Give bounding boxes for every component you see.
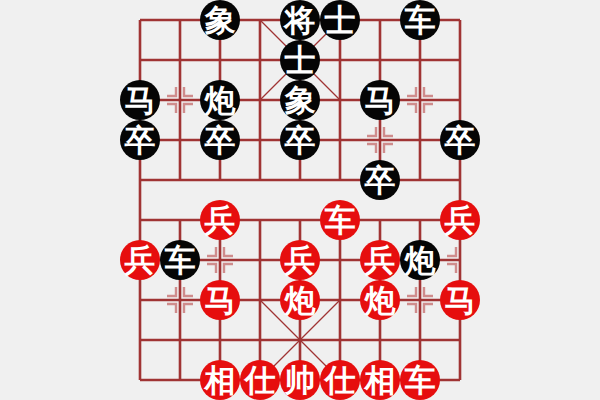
red-elephant-piece[interactable]: 相 (360, 360, 400, 400)
black-soldier-piece[interactable]: 卒 (280, 120, 320, 160)
red-soldier-piece[interactable]: 兵 (120, 240, 160, 280)
red-soldier-piece[interactable]: 兵 (360, 240, 400, 280)
black-general-piece[interactable]: 将 (280, 0, 320, 40)
black-soldier-piece[interactable]: 卒 (120, 120, 160, 160)
red-chariot-piece[interactable]: 车 (320, 200, 360, 240)
black-cannon-piece[interactable]: 炮 (200, 80, 240, 120)
black-chariot-piece[interactable]: 车 (160, 240, 200, 280)
black-advisor-piece[interactable]: 士 (280, 40, 320, 80)
black-elephant-piece[interactable]: 象 (280, 80, 320, 120)
black-soldier-piece[interactable]: 卒 (440, 120, 480, 160)
red-advisor-piece[interactable]: 仕 (320, 360, 360, 400)
red-chariot-piece[interactable]: 车 (400, 360, 440, 400)
xiangqi-screenshot: 象将士车士马炮象马卒卒卒卒卒兵车兵兵车兵兵炮马炮炮马相仕帅仕相车 (0, 0, 600, 400)
red-horse-piece[interactable]: 马 (200, 280, 240, 320)
red-soldier-piece[interactable]: 兵 (440, 200, 480, 240)
black-horse-piece[interactable]: 马 (120, 80, 160, 120)
black-cannon-piece[interactable]: 炮 (400, 240, 440, 280)
black-soldier-piece[interactable]: 卒 (360, 160, 400, 200)
red-general-piece[interactable]: 帅 (280, 360, 320, 400)
red-cannon-piece[interactable]: 炮 (280, 280, 320, 320)
pieces-layer: 象将士车士马炮象马卒卒卒卒卒兵车兵兵车兵兵炮马炮炮马相仕帅仕相车 (120, 0, 480, 400)
black-elephant-piece[interactable]: 象 (200, 0, 240, 40)
black-soldier-piece[interactable]: 卒 (200, 120, 240, 160)
red-soldier-piece[interactable]: 兵 (200, 200, 240, 240)
black-horse-piece[interactable]: 马 (360, 80, 400, 120)
red-cannon-piece[interactable]: 炮 (360, 280, 400, 320)
red-horse-piece[interactable]: 马 (440, 280, 480, 320)
black-advisor-piece[interactable]: 士 (320, 0, 360, 40)
red-advisor-piece[interactable]: 仕 (240, 360, 280, 400)
red-soldier-piece[interactable]: 兵 (280, 240, 320, 280)
black-chariot-piece[interactable]: 车 (400, 0, 440, 40)
red-elephant-piece[interactable]: 相 (200, 360, 240, 400)
